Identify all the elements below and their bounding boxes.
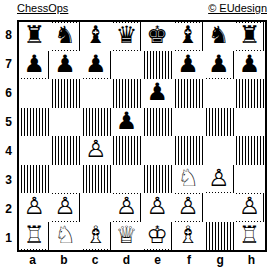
black-rook-a8: ♜ [21, 23, 47, 50]
black-rook-h8: ♜ [236, 23, 262, 50]
square-f6[interactable] [173, 79, 204, 108]
square-b8[interactable]: ♞ [50, 22, 81, 51]
square-f1[interactable]: ♗ [173, 222, 204, 251]
white-knight-glyph: ♘ [177, 166, 199, 190]
square-d4[interactable] [111, 136, 142, 165]
square-c6[interactable] [81, 79, 112, 108]
square-g7[interactable]: ♟ [204, 51, 235, 80]
white-queen-d1: ♕ [113, 222, 139, 249]
white-knight-b1: ♘ [52, 222, 78, 249]
square-d2[interactable]: ♙ [111, 193, 142, 222]
black-bishop-glyph: ♝ [85, 23, 107, 47]
rank-label-7: 7 [0, 49, 17, 78]
square-g3[interactable]: ♙ [204, 165, 235, 194]
black-pawn-glyph: ♟ [239, 52, 261, 76]
black-pawn-c7: ♟ [83, 51, 109, 78]
black-knight-glyph: ♞ [208, 23, 230, 47]
rank-label-6: 6 [0, 78, 17, 107]
square-h2[interactable]: ♙ [234, 193, 265, 222]
square-a3[interactable] [19, 165, 50, 194]
black-pawn-glyph: ♟ [24, 52, 46, 76]
black-king-e8: ♚ [144, 23, 170, 50]
square-e2[interactable]: ♙ [142, 193, 173, 222]
file-labels: abcdefgh [17, 252, 267, 270]
white-rook-glyph: ♖ [24, 223, 46, 247]
black-bishop-glyph: ♝ [177, 23, 199, 47]
white-pawn-glyph: ♙ [54, 194, 76, 218]
square-e1[interactable]: ♔ [142, 222, 173, 251]
square-e8[interactable]: ♚ [142, 22, 173, 51]
square-d1[interactable]: ♕ [111, 222, 142, 251]
file-label-f: f [173, 252, 204, 270]
white-pawn-glyph: ♙ [116, 194, 138, 218]
square-h1[interactable]: ♖ [234, 222, 265, 251]
square-a6[interactable] [19, 79, 50, 108]
black-pawn-glyph: ♟ [54, 52, 76, 76]
rank-labels: 87654321 [0, 20, 17, 252]
square-c3[interactable] [81, 165, 112, 194]
square-b3[interactable] [50, 165, 81, 194]
square-c4[interactable]: ♙ [81, 136, 112, 165]
black-pawn-glyph: ♟ [85, 52, 107, 76]
black-bishop-f8: ♝ [175, 23, 201, 50]
white-pawn-a2: ♙ [21, 194, 47, 221]
black-rook-glyph: ♜ [239, 23, 261, 47]
square-f4[interactable] [173, 136, 204, 165]
square-g6[interactable] [204, 79, 235, 108]
white-pawn-glyph: ♙ [208, 166, 230, 190]
white-rook-a1: ♖ [21, 222, 47, 249]
square-a2[interactable]: ♙ [19, 193, 50, 222]
app-title-link[interactable]: ChessOps [17, 2, 68, 15]
square-g5[interactable] [204, 108, 235, 137]
rank-label-4: 4 [0, 136, 17, 165]
square-h5[interactable] [234, 108, 265, 137]
square-f8[interactable]: ♝ [173, 22, 204, 51]
square-d8[interactable]: ♛ [111, 22, 142, 51]
black-pawn-f7: ♟ [175, 51, 201, 78]
white-bishop-glyph: ♗ [177, 223, 199, 247]
black-pawn-a7: ♟ [21, 51, 47, 78]
square-a1[interactable]: ♖ [19, 222, 50, 251]
white-pawn-g3: ♙ [206, 165, 232, 192]
black-rook-glyph: ♜ [24, 23, 46, 47]
white-pawn-e2: ♙ [144, 194, 170, 221]
black-knight-g8: ♞ [206, 23, 232, 50]
black-queen-glyph: ♛ [116, 23, 138, 47]
square-b2[interactable]: ♙ [50, 193, 81, 222]
black-knight-b8: ♞ [52, 23, 78, 50]
square-g8[interactable]: ♞ [204, 22, 235, 51]
white-bishop-f1: ♗ [175, 222, 201, 249]
square-a7[interactable]: ♟ [19, 51, 50, 80]
white-king-e1: ♔ [144, 222, 170, 249]
rank-label-8: 8 [0, 20, 17, 49]
white-rook-glyph: ♖ [239, 223, 261, 247]
white-pawn-b2: ♙ [52, 194, 78, 221]
square-g2[interactable] [204, 193, 235, 222]
file-label-b: b [48, 252, 79, 270]
square-e6[interactable]: ♟ [142, 79, 173, 108]
black-pawn-b7: ♟ [52, 51, 78, 78]
white-pawn-glyph: ♙ [147, 194, 169, 218]
rank-label-1: 1 [0, 223, 17, 252]
white-pawn-glyph: ♙ [24, 194, 46, 218]
square-b4[interactable] [50, 136, 81, 165]
file-label-a: a [17, 252, 48, 270]
square-f5[interactable] [173, 108, 204, 137]
file-label-e: e [142, 252, 173, 270]
file-label-c: c [80, 252, 111, 270]
square-b5[interactable] [50, 108, 81, 137]
square-a8[interactable]: ♜ [19, 22, 50, 51]
white-queen-glyph: ♕ [116, 223, 138, 247]
square-g4[interactable] [204, 136, 235, 165]
square-c2[interactable] [81, 193, 112, 222]
black-bishop-c8: ♝ [83, 23, 109, 50]
square-f7[interactable]: ♟ [173, 51, 204, 80]
square-h7[interactable]: ♟ [234, 51, 265, 80]
file-label-d: d [111, 252, 142, 270]
square-c1[interactable]: ♗ [81, 222, 112, 251]
white-king-glyph: ♔ [147, 223, 169, 247]
rank-label-2: 2 [0, 194, 17, 223]
credit-link[interactable]: © EUdesign [208, 2, 267, 15]
square-c7[interactable]: ♟ [81, 51, 112, 80]
square-h3[interactable] [234, 165, 265, 194]
rank-label-3: 3 [0, 165, 17, 194]
square-b6[interactable] [50, 79, 81, 108]
square-e4[interactable] [142, 136, 173, 165]
square-g1[interactable] [204, 222, 235, 251]
file-label-g: g [205, 252, 236, 270]
black-pawn-glyph: ♟ [147, 80, 169, 104]
black-pawn-g7: ♟ [206, 51, 232, 78]
black-king-glyph: ♚ [147, 23, 169, 47]
square-e7[interactable] [142, 51, 173, 80]
black-pawn-h7: ♟ [236, 51, 262, 78]
white-knight-f3: ♘ [175, 165, 201, 192]
white-bishop-c1: ♗ [83, 222, 109, 249]
square-a5[interactable] [19, 108, 50, 137]
square-h4[interactable] [234, 136, 265, 165]
square-d3[interactable] [111, 165, 142, 194]
black-pawn-e6: ♟ [144, 80, 170, 107]
black-knight-glyph: ♞ [54, 23, 76, 47]
square-d5[interactable]: ♟ [111, 108, 142, 137]
square-e3[interactable] [142, 165, 173, 194]
square-b1[interactable]: ♘ [50, 222, 81, 251]
white-pawn-glyph: ♙ [239, 194, 261, 218]
square-d7[interactable] [111, 51, 142, 80]
white-pawn-glyph: ♙ [85, 137, 107, 161]
square-e5[interactable] [142, 108, 173, 137]
black-pawn-glyph: ♟ [177, 52, 199, 76]
square-h6[interactable] [234, 79, 265, 108]
square-f2[interactable]: ♙ [173, 193, 204, 222]
white-pawn-f2: ♙ [175, 194, 201, 221]
file-label-h: h [236, 252, 267, 270]
square-b7[interactable]: ♟ [50, 51, 81, 80]
white-pawn-h2: ♙ [236, 194, 262, 221]
square-c5[interactable] [81, 108, 112, 137]
black-pawn-d5: ♟ [113, 108, 139, 135]
black-pawn-glyph: ♟ [116, 109, 138, 133]
black-queen-d8: ♛ [113, 23, 139, 50]
square-c8[interactable]: ♝ [81, 22, 112, 51]
chess-board: ♜♞♝♛♚♝♞♜♟♟♟♟♟♟♟♟♙♘♙♙♙♙♙♙♙♖♘♗♕♔♗♖ [17, 20, 267, 252]
white-pawn-d2: ♙ [113, 194, 139, 221]
white-rook-h1: ♖ [236, 222, 262, 249]
white-bishop-glyph: ♗ [85, 223, 107, 247]
rank-label-5: 5 [0, 107, 17, 136]
square-f3[interactable]: ♘ [173, 165, 204, 194]
white-knight-glyph: ♘ [54, 223, 76, 247]
square-h8[interactable]: ♜ [234, 22, 265, 51]
white-pawn-glyph: ♙ [177, 194, 199, 218]
square-d6[interactable] [111, 79, 142, 108]
white-pawn-c4: ♙ [83, 137, 109, 164]
black-pawn-glyph: ♟ [208, 52, 230, 76]
square-a4[interactable] [19, 136, 50, 165]
